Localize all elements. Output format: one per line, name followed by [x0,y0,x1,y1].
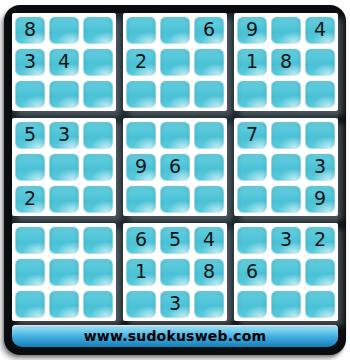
cell-r6c7[interactable] [237,185,267,213]
cell-r1c7[interactable]: 9 [237,16,267,44]
cell-digit: 8 [203,262,215,281]
cell-r4c6[interactable] [194,121,224,149]
cell-r6c2[interactable] [49,185,79,213]
cell-r9c1[interactable] [15,290,45,318]
box-r1c2: 739 [234,118,338,216]
cell-r5c6[interactable] [194,153,224,181]
cell-r3c8[interactable] [271,80,301,108]
cell-r8c7[interactable]: 6 [237,258,267,286]
cell-r2c8[interactable]: 8 [271,48,301,76]
cell-digit: 7 [246,125,258,144]
cell-r7c7[interactable] [237,226,267,254]
cell-digit: 8 [24,20,36,39]
cell-r6c8[interactable] [271,185,301,213]
box-r0c1: 62 [123,13,227,111]
cell-r5c2[interactable] [49,153,79,181]
cell-r1c9[interactable]: 4 [305,16,335,44]
cell-r3c9[interactable] [305,80,335,108]
cell-digit: 6 [246,262,258,281]
cell-r9c2[interactable] [49,290,79,318]
box-r1c1: 96 [123,118,227,216]
cell-r2c1[interactable]: 3 [15,48,45,76]
cell-r3c5[interactable] [160,80,190,108]
cell-r8c5[interactable] [160,258,190,286]
cell-digit: 5 [24,125,36,144]
cell-digit: 3 [58,125,70,144]
cell-r7c6[interactable]: 4 [194,226,224,254]
cell-r3c7[interactable] [237,80,267,108]
cell-r3c2[interactable] [49,80,79,108]
box-r0c0: 834 [12,13,116,111]
cell-r1c3[interactable] [83,16,113,44]
cell-r8c6[interactable]: 8 [194,258,224,286]
cell-r7c2[interactable] [49,226,79,254]
cell-digit: 3 [280,230,292,249]
cell-digit: 4 [314,20,326,39]
cell-digit: 2 [135,52,147,71]
box-r2c1: 654183 [123,223,227,321]
cell-r4c7[interactable]: 7 [237,121,267,149]
cell-r4c4[interactable] [126,121,156,149]
cell-r3c6[interactable] [194,80,224,108]
cell-r5c1[interactable] [15,153,45,181]
cell-digit: 1 [135,262,147,281]
cell-r4c2[interactable]: 3 [49,121,79,149]
cell-digit: 9 [135,157,147,176]
cell-r8c1[interactable] [15,258,45,286]
cell-r2c4[interactable]: 2 [126,48,156,76]
cell-r1c4[interactable] [126,16,156,44]
cell-r9c8[interactable] [271,290,301,318]
cell-r3c4[interactable] [126,80,156,108]
cell-r6c9[interactable]: 9 [305,185,335,213]
cell-r3c1[interactable] [15,80,45,108]
cell-r8c2[interactable] [49,258,79,286]
cell-r5c3[interactable] [83,153,113,181]
box-r0c2: 9418 [234,13,338,111]
cell-digit: 4 [203,230,215,249]
cell-r4c1[interactable]: 5 [15,121,45,149]
cell-r6c4[interactable] [126,185,156,213]
page: 83462941853296739654183326 www.sudokuswe… [0,0,350,360]
box-r2c0 [12,223,116,321]
cell-digit: 6 [203,20,215,39]
cell-r9c5[interactable]: 3 [160,290,190,318]
cell-digit: 9 [314,189,326,208]
cell-r7c1[interactable] [15,226,45,254]
cell-r4c3[interactable] [83,121,113,149]
sudoku-board: 83462941853296739654183326 www.sudokuswe… [4,5,346,355]
cell-r9c4[interactable] [126,290,156,318]
cell-r9c9[interactable] [305,290,335,318]
cell-r2c5[interactable] [160,48,190,76]
cell-digit: 3 [314,157,326,176]
cell-r5c5[interactable]: 6 [160,153,190,181]
cell-digit: 8 [280,52,292,71]
cell-r9c7[interactable] [237,290,267,318]
cell-digit: 2 [24,189,36,208]
cell-r8c3[interactable] [83,258,113,286]
cell-r6c1[interactable]: 2 [15,185,45,213]
cell-digit: 4 [58,52,70,71]
cell-r8c4[interactable]: 1 [126,258,156,286]
cell-r1c6[interactable]: 6 [194,16,224,44]
cell-digit: 1 [246,52,258,71]
box-r1c0: 532 [12,118,116,216]
cell-r8c8[interactable] [271,258,301,286]
cell-r5c9[interactable]: 3 [305,153,335,181]
cell-digit: 3 [24,52,36,71]
cell-r8c9[interactable] [305,258,335,286]
cell-r7c4[interactable]: 6 [126,226,156,254]
site-link[interactable]: www.sudokusweb.com [84,328,267,344]
footer-bar: www.sudokusweb.com [12,325,338,347]
cell-r7c3[interactable] [83,226,113,254]
cell-r2c9[interactable] [305,48,335,76]
cell-r1c2[interactable] [49,16,79,44]
cell-r9c6[interactable] [194,290,224,318]
cell-r7c8[interactable]: 3 [271,226,301,254]
cell-r9c3[interactable] [83,290,113,318]
cell-r2c3[interactable] [83,48,113,76]
cell-r6c5[interactable] [160,185,190,213]
cell-digit: 6 [169,157,181,176]
cell-r7c5[interactable]: 5 [160,226,190,254]
cell-r7c9[interactable]: 2 [305,226,335,254]
cell-digit: 3 [169,294,181,313]
cell-r6c3[interactable] [83,185,113,213]
cell-digit: 5 [169,230,181,249]
box-r2c2: 326 [234,223,338,321]
cell-r1c8[interactable] [271,16,301,44]
cell-r2c2[interactable]: 4 [49,48,79,76]
cell-r2c6[interactable] [194,48,224,76]
cell-r1c1[interactable]: 8 [15,16,45,44]
cell-digit: 6 [135,230,147,249]
cell-r4c8[interactable] [271,121,301,149]
sudoku-grid: 83462941853296739654183326 [12,13,338,321]
cell-r1c5[interactable] [160,16,190,44]
cell-r4c9[interactable] [305,121,335,149]
cell-r6c6[interactable] [194,185,224,213]
cell-r5c7[interactable] [237,153,267,181]
cell-r5c8[interactable] [271,153,301,181]
cell-digit: 9 [246,20,258,39]
cell-r3c3[interactable] [83,80,113,108]
cell-r2c7[interactable]: 1 [237,48,267,76]
cell-digit: 2 [314,230,326,249]
cell-r4c5[interactable] [160,121,190,149]
cell-r5c4[interactable]: 9 [126,153,156,181]
